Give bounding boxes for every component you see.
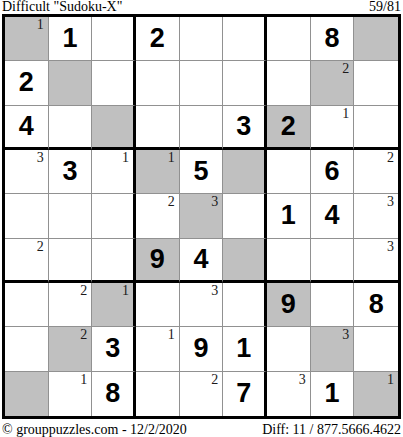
cell-r6c2[interactable] (49, 239, 93, 283)
cell-r7c2[interactable]: 2 (49, 283, 93, 327)
given-digit: 4 (5, 106, 48, 147)
given-digit: 4 (180, 239, 223, 280)
given-digit: 2 (267, 106, 310, 147)
cell-r3c5[interactable] (180, 106, 224, 150)
cell-r4c1[interactable]: 3 (5, 150, 49, 194)
cell-r5c7[interactable]: 1 (267, 194, 311, 238)
cell-r5c8[interactable]: 4 (311, 194, 355, 238)
cell-r7c5[interactable]: 3 (180, 283, 224, 327)
cell-r4c8[interactable]: 6 (311, 150, 355, 194)
cell-r9c4[interactable] (136, 372, 180, 416)
given-digit: 9 (267, 283, 310, 326)
cell-r2c2[interactable] (49, 61, 93, 105)
pencil-mark: 3 (211, 194, 218, 209)
difficulty-text: Diff: 11 / 877.5666.4622 (262, 423, 401, 437)
cell-r9c5[interactable]: 2 (180, 372, 224, 416)
cell-r9c6[interactable]: 7 (223, 372, 267, 416)
cell-r6c9[interactable]: 3 (354, 239, 398, 283)
given-digit: 1 (49, 17, 92, 60)
cell-r1c1[interactable]: 1 (5, 17, 49, 61)
given-digit: 3 (92, 327, 133, 370)
cell-r1c9[interactable] (354, 17, 398, 61)
cell-r3c3[interactable] (92, 106, 136, 150)
progress-counter: 59/81 (369, 0, 401, 13)
given-digit: 8 (354, 283, 398, 326)
cell-r8c8[interactable]: 3 (311, 327, 355, 371)
given-digit: 3 (49, 150, 92, 193)
given-digit: 2 (136, 17, 179, 60)
cell-r4c3[interactable]: 1 (92, 150, 136, 194)
given-digit: 1 (223, 327, 264, 370)
header: Difficult "Sudoku-X" 59/81 (0, 0, 403, 14)
given-digit: 9 (180, 327, 223, 370)
given-digit: 3 (223, 106, 264, 147)
pencil-mark: 1 (122, 283, 129, 298)
cell-r3c6[interactable]: 3 (223, 106, 267, 150)
cell-r7c1[interactable] (5, 283, 49, 327)
pencil-mark: 3 (211, 283, 218, 298)
pencil-mark: 2 (168, 194, 175, 209)
puzzle-title: Difficult "Sudoku-X" (2, 0, 122, 13)
pencil-mark: 1 (122, 150, 129, 165)
cell-r8c9[interactable] (354, 327, 398, 371)
pencil-mark: 2 (387, 150, 394, 165)
cell-r3c8[interactable]: 1 (311, 106, 355, 150)
copyright-text: © grouppuzzles.com - 12/2/2020 (2, 423, 187, 437)
cell-r9c3[interactable]: 8 (92, 372, 136, 416)
cell-r8c6[interactable]: 1 (223, 327, 267, 371)
cell-r8c1[interactable] (5, 327, 49, 371)
cell-r4c9[interactable]: 2 (354, 150, 398, 194)
cell-r2c8[interactable]: 2 (311, 61, 355, 105)
cell-r4c6[interactable] (223, 150, 267, 194)
cell-r6c1[interactable]: 2 (5, 239, 49, 283)
pencil-mark: 3 (387, 194, 394, 209)
given-digit: 4 (311, 194, 354, 237)
pencil-mark: 1 (80, 372, 87, 387)
pencil-mark: 2 (37, 239, 44, 254)
cell-r5c6[interactable] (223, 194, 267, 238)
cell-r2c4[interactable] (136, 61, 180, 105)
cell-r5c5[interactable]: 3 (180, 194, 224, 238)
cell-r3c9[interactable] (354, 106, 398, 150)
cell-r7c6[interactable] (223, 283, 267, 327)
cell-r7c4[interactable] (136, 283, 180, 327)
cell-r5c1[interactable] (5, 194, 49, 238)
cell-r4c7[interactable] (267, 150, 311, 194)
given-digit: 7 (223, 372, 264, 416)
cell-r3c4[interactable] (136, 106, 180, 150)
cell-r2c6[interactable] (223, 61, 267, 105)
cell-r1c5[interactable] (180, 17, 224, 61)
cell-r2c9[interactable] (354, 61, 398, 105)
cell-r6c5[interactable]: 4 (180, 239, 224, 283)
cell-r1c3[interactable] (92, 17, 136, 61)
pencil-mark: 1 (168, 150, 175, 165)
pencil-mark: 1 (342, 106, 349, 121)
cell-r9c9[interactable]: 1 (354, 372, 398, 416)
cell-r9c7[interactable]: 3 (267, 372, 311, 416)
cell-r4c5[interactable]: 5 (180, 150, 224, 194)
cell-r1c6[interactable] (223, 17, 267, 61)
cell-r2c5[interactable] (180, 61, 224, 105)
cell-r5c3[interactable] (92, 194, 136, 238)
pencil-mark: 2 (342, 61, 349, 76)
cell-r5c9[interactable]: 3 (354, 194, 398, 238)
cell-r7c3[interactable]: 1 (92, 283, 136, 327)
given-digit: 5 (180, 150, 223, 193)
sudoku-board: 1128224321331156223143294321398231913182… (2, 14, 401, 419)
cell-r7c8[interactable] (311, 283, 355, 327)
pencil-mark: 1 (37, 17, 44, 32)
cell-r6c7[interactable] (267, 239, 311, 283)
cell-r3c7[interactable]: 2 (267, 106, 311, 150)
cell-r5c4[interactable]: 2 (136, 194, 180, 238)
pencil-mark: 2 (80, 283, 87, 298)
given-digit: 6 (311, 150, 354, 193)
cell-r4c4[interactable]: 1 (136, 150, 180, 194)
pencil-mark: 1 (168, 327, 175, 342)
cell-r1c8[interactable]: 8 (311, 17, 355, 61)
pencil-mark: 1 (387, 372, 394, 387)
cell-r6c6[interactable] (223, 239, 267, 283)
pencil-mark: 3 (342, 327, 349, 342)
cell-r8c5[interactable]: 9 (180, 327, 224, 371)
cell-r2c3[interactable] (92, 61, 136, 105)
cell-r9c8[interactable]: 1 (311, 372, 355, 416)
cell-r3c2[interactable] (49, 106, 93, 150)
given-digit: 8 (311, 17, 354, 60)
cell-r1c2[interactable]: 1 (49, 17, 93, 61)
cell-r2c7[interactable] (267, 61, 311, 105)
cell-r4c2[interactable]: 3 (49, 150, 93, 194)
cell-r7c7[interactable]: 9 (267, 283, 311, 327)
pencil-mark: 3 (387, 239, 394, 254)
footer: © grouppuzzles.com - 12/2/2020 Diff: 11 … (0, 419, 403, 437)
pencil-mark: 2 (211, 372, 218, 387)
given-digit: 1 (267, 194, 310, 237)
cell-r6c8[interactable] (311, 239, 355, 283)
cell-r2c1[interactable]: 2 (5, 61, 49, 105)
cell-r8c7[interactable] (267, 327, 311, 371)
pencil-mark: 3 (37, 150, 44, 165)
given-digit: 9 (136, 239, 179, 280)
given-digit: 8 (92, 372, 133, 416)
cell-r1c7[interactable] (267, 17, 311, 61)
cell-r8c3[interactable]: 3 (92, 327, 136, 371)
cell-r9c2[interactable]: 1 (49, 372, 93, 416)
cell-r5c2[interactable] (49, 194, 93, 238)
cell-r6c4[interactable]: 9 (136, 239, 180, 283)
given-digit: 1 (311, 372, 354, 416)
cell-r8c2[interactable]: 2 (49, 327, 93, 371)
cell-r6c3[interactable] (92, 239, 136, 283)
pencil-mark: 3 (299, 372, 306, 387)
pencil-mark: 2 (80, 327, 87, 342)
cell-r9c1[interactable] (5, 372, 49, 416)
cell-r7c9[interactable]: 8 (354, 283, 398, 327)
cell-r3c1[interactable]: 4 (5, 106, 49, 150)
given-digit: 2 (5, 61, 48, 104)
cell-r1c4[interactable]: 2 (136, 17, 180, 61)
cell-r8c4[interactable]: 1 (136, 327, 180, 371)
